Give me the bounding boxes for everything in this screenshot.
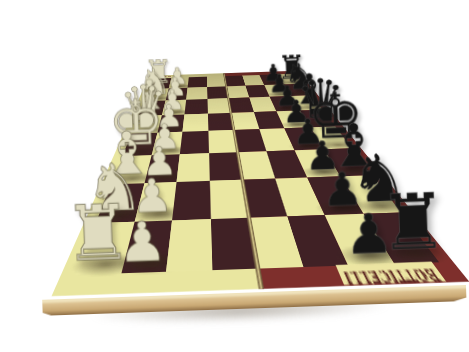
square-b3[interactable] [186,87,207,100]
square-h2[interactable]: ♟ [120,220,172,274]
photo-canvas: ♜♟♟♜♞♟♟♞♝♟♟♝♛♟♟♛♚♟♟♚♝♟♟♝♞♟♟♞♜♟♟♜ BOTTICE… [0,0,469,352]
square-d4[interactable] [207,113,233,131]
chess-board: ♜♟♟♜♞♟♟♞♝♟♟♝♛♟♟♛♚♟♟♚♝♟♟♝♞♟♟♞♜♟♟♜ BOTTICE… [50,71,468,297]
board-rotation-wrap: ♜♟♟♜♞♟♟♞♝♟♟♝♛♟♟♛♚♟♟♚♝♟♟♝♞♟♟♞♜♟♟♜ BOTTICE… [0,0,469,352]
piece-white-pawn[interactable]: ♟ [116,214,167,271]
square-d5[interactable] [230,112,258,130]
square-h3[interactable] [165,218,211,272]
chess-board-squares: ♜♟♟♜♞♟♟♞♝♟♟♝♛♟♟♛♚♟♟♚♝♟♟♝♞♟♟♞♜♟♟♜ [74,74,438,275]
square-f4[interactable] [208,152,241,181]
square-d3[interactable] [182,113,207,131]
piece-black-rook[interactable]: ♜ [377,183,448,262]
square-f3[interactable] [176,153,209,182]
square-a3[interactable] [187,77,206,88]
square-e3[interactable] [179,131,208,154]
square-e5[interactable] [233,129,265,152]
square-g3[interactable] [171,181,209,220]
